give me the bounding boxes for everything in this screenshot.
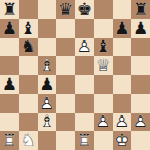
square-d3[interactable] (56, 94, 75, 113)
piece-white-pawn[interactable]: ♟♙ (94, 113, 113, 132)
square-c4[interactable]: ♟ (38, 75, 57, 94)
square-h1[interactable] (131, 131, 150, 150)
black-bishop-icon: ♝ (94, 38, 113, 57)
piece-black-queen[interactable]: ♛ (56, 0, 75, 19)
square-b4[interactable] (19, 75, 38, 94)
square-d8[interactable]: ♛ (56, 0, 75, 19)
black-pawn-icon: ♟ (113, 19, 132, 38)
square-c5[interactable]: ♝♗ (38, 56, 57, 75)
black-pawn-icon: ♟ (0, 19, 19, 38)
square-g2[interactable]: ♟♙ (113, 113, 132, 132)
square-f3[interactable] (94, 94, 113, 113)
white-bishop-outline-icon: ♗ (38, 56, 57, 75)
square-g8[interactable] (113, 0, 132, 19)
square-h5[interactable] (131, 56, 150, 75)
square-a4[interactable]: ♟ (0, 75, 19, 94)
piece-black-rook[interactable]: ♜ (0, 0, 19, 19)
square-f2[interactable]: ♟♙ (94, 113, 113, 132)
square-c3[interactable]: ♟♙ (38, 94, 57, 113)
white-bishop-outline-icon: ♗ (38, 113, 57, 132)
square-f5[interactable]: ♛♕ (94, 56, 113, 75)
square-c6[interactable] (38, 38, 57, 57)
square-h7[interactable]: ♟ (131, 19, 150, 38)
square-c7[interactable] (38, 19, 57, 38)
black-king-icon: ♚ (75, 0, 94, 19)
piece-white-pawn[interactable]: ♟♙ (75, 38, 94, 57)
square-d4[interactable] (56, 75, 75, 94)
square-e4[interactable] (75, 75, 94, 94)
square-b2[interactable] (19, 113, 38, 132)
square-b1[interactable]: ♞♘ (19, 131, 38, 150)
black-bishop-icon: ♝ (19, 19, 38, 38)
piece-black-rook[interactable]: ♜ (131, 0, 150, 19)
square-f6[interactable]: ♝ (94, 38, 113, 57)
square-e1[interactable]: ♜♖ (75, 131, 94, 150)
white-king-outline-icon: ♔ (113, 131, 132, 150)
square-b5[interactable] (19, 56, 38, 75)
piece-black-pawn[interactable]: ♟ (38, 75, 57, 94)
piece-black-bishop[interactable]: ♝ (19, 19, 38, 38)
piece-white-queen[interactable]: ♛♕ (94, 56, 113, 75)
chess-board: ♜♛♚♜♟♝♟♟♞♟♙♝♝♗♛♕♟♟♟♙♝♗♟♙♟♙♟♙♜♖♞♘♜♖♚♔ (0, 0, 150, 150)
square-e7[interactable] (75, 19, 94, 38)
square-d6[interactable] (56, 38, 75, 57)
black-pawn-icon: ♟ (131, 19, 150, 38)
piece-white-king[interactable]: ♚♔ (113, 131, 132, 150)
piece-black-pawn[interactable]: ♟ (113, 19, 132, 38)
square-b3[interactable] (19, 94, 38, 113)
piece-white-pawn[interactable]: ♟♙ (113, 113, 132, 132)
square-e3[interactable] (75, 94, 94, 113)
square-h8[interactable]: ♜ (131, 0, 150, 19)
piece-white-knight[interactable]: ♞♘ (19, 131, 38, 150)
square-f1[interactable] (94, 131, 113, 150)
square-h6[interactable] (131, 38, 150, 57)
square-a5[interactable] (0, 56, 19, 75)
white-rook-outline-icon: ♖ (0, 131, 19, 150)
square-c1[interactable] (38, 131, 57, 150)
square-h4[interactable] (131, 75, 150, 94)
square-a3[interactable] (0, 94, 19, 113)
piece-white-bishop[interactable]: ♝♗ (38, 113, 57, 132)
white-pawn-outline-icon: ♙ (113, 113, 132, 132)
square-d1[interactable] (56, 131, 75, 150)
square-g6[interactable] (113, 38, 132, 57)
piece-black-pawn[interactable]: ♟ (0, 75, 19, 94)
piece-black-pawn[interactable]: ♟ (131, 19, 150, 38)
piece-black-knight[interactable]: ♞ (19, 38, 38, 57)
square-a8[interactable]: ♜ (0, 0, 19, 19)
black-rook-icon: ♜ (131, 0, 150, 19)
square-a6[interactable] (0, 38, 19, 57)
square-f4[interactable] (94, 75, 113, 94)
black-queen-icon: ♛ (56, 0, 75, 19)
black-pawn-icon: ♟ (38, 75, 57, 94)
piece-black-bishop[interactable]: ♝ (94, 38, 113, 57)
square-c8[interactable] (38, 0, 57, 19)
square-g4[interactable] (113, 75, 132, 94)
square-e6[interactable]: ♟♙ (75, 38, 94, 57)
piece-white-rook[interactable]: ♜♖ (0, 131, 19, 150)
square-a1[interactable]: ♜♖ (0, 131, 19, 150)
square-f8[interactable] (94, 0, 113, 19)
square-a7[interactable]: ♟ (0, 19, 19, 38)
black-pawn-icon: ♟ (0, 75, 19, 94)
square-e8[interactable]: ♚ (75, 0, 94, 19)
square-d7[interactable] (56, 19, 75, 38)
square-h2[interactable]: ♟♙ (131, 113, 150, 132)
black-knight-icon: ♞ (19, 38, 38, 57)
square-g3[interactable] (113, 94, 132, 113)
black-rook-icon: ♜ (0, 0, 19, 19)
piece-black-king[interactable]: ♚ (75, 0, 94, 19)
square-h3[interactable] (131, 94, 150, 113)
piece-white-rook[interactable]: ♜♖ (75, 131, 94, 150)
square-g7[interactable]: ♟ (113, 19, 132, 38)
square-d2[interactable] (56, 113, 75, 132)
square-c2[interactable]: ♝♗ (38, 113, 57, 132)
square-g1[interactable]: ♚♔ (113, 131, 132, 150)
white-pawn-outline-icon: ♙ (94, 113, 113, 132)
white-rook-outline-icon: ♖ (75, 131, 94, 150)
square-g5[interactable] (113, 56, 132, 75)
piece-black-pawn[interactable]: ♟ (0, 19, 19, 38)
piece-white-pawn[interactable]: ♟♙ (38, 94, 57, 113)
square-d5[interactable] (56, 56, 75, 75)
square-b7[interactable]: ♝ (19, 19, 38, 38)
square-a2[interactable] (0, 113, 19, 132)
square-e2[interactable] (75, 113, 94, 132)
white-pawn-outline-icon: ♙ (75, 38, 94, 57)
white-pawn-outline-icon: ♙ (38, 94, 57, 113)
piece-white-bishop[interactable]: ♝♗ (38, 56, 57, 75)
white-queen-outline-icon: ♕ (94, 56, 113, 75)
piece-white-pawn[interactable]: ♟♙ (131, 113, 150, 132)
square-b6[interactable]: ♞ (19, 38, 38, 57)
square-f7[interactable] (94, 19, 113, 38)
square-e5[interactable] (75, 56, 94, 75)
white-knight-outline-icon: ♘ (19, 131, 38, 150)
white-pawn-outline-icon: ♙ (131, 113, 150, 132)
square-b8[interactable] (19, 0, 38, 19)
